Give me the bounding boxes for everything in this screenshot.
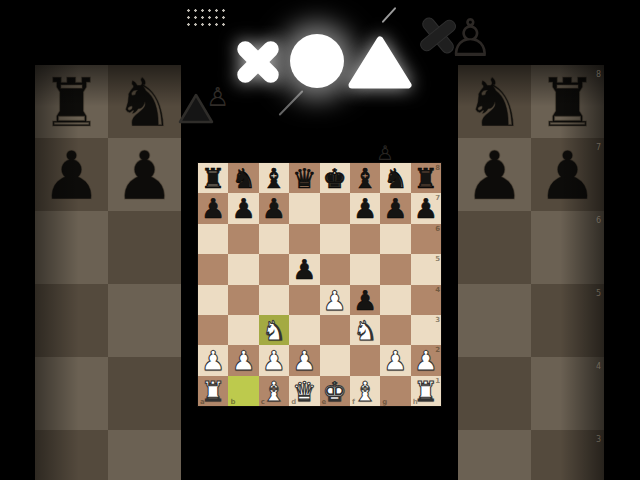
coord-rank-1: 1: [435, 377, 440, 385]
square-a7[interactable]: ♟: [198, 193, 228, 223]
white-knight[interactable]: ♞: [259, 315, 289, 345]
square-e6[interactable]: [320, 224, 350, 254]
backdrop-square-left-r3c2: [108, 211, 181, 284]
square-f6[interactable]: [350, 224, 380, 254]
chess-board: ♜♞♝♛♚♝♞♜8♟♟♟♟♟♟76♟5♟♟4♞♞3♟♟♟♟♟♟2♜ab♝c♛d♚…: [198, 163, 441, 406]
coord-file-d: d: [291, 398, 296, 406]
square-a8[interactable]: ♜: [198, 163, 228, 193]
backdrop-square-left-r5c1: [35, 357, 108, 430]
coord-file-b: b: [230, 398, 235, 406]
black-pawn[interactable]: ♟: [259, 193, 289, 223]
square-e5[interactable]: [320, 254, 350, 284]
backdrop-rank-label-5: 5: [596, 289, 601, 298]
square-a6[interactable]: [198, 224, 228, 254]
backdrop-square-left-r3c1: [35, 211, 108, 284]
square-h6[interactable]: 6: [411, 224, 441, 254]
backdrop-square-right-r6c2: [531, 430, 604, 480]
square-h5[interactable]: 5: [411, 254, 441, 284]
square-g6[interactable]: [380, 224, 410, 254]
square-g4[interactable]: [380, 285, 410, 315]
square-a3[interactable]: [198, 315, 228, 345]
backdrop-square-left-r1c2: ♞: [108, 65, 181, 138]
black-bishop[interactable]: ♝: [350, 163, 380, 193]
white-knight[interactable]: ♞: [350, 315, 380, 345]
backdrop-rank-label-7: 7: [596, 143, 601, 152]
coord-file-f: f: [352, 398, 355, 406]
backdrop-square-right-r3c2: [531, 211, 604, 284]
white-pawn[interactable]: ♟: [289, 345, 319, 375]
circle-glow-icon: [290, 34, 344, 88]
square-h1[interactable]: ♜h1: [411, 376, 441, 406]
black-queen[interactable]: ♛: [289, 163, 319, 193]
coord-file-h: h: [413, 398, 418, 406]
backdrop-board-left: ♜♞♟♟: [35, 65, 181, 480]
dot-grid: [184, 6, 225, 26]
triangle-glow-icon: [347, 35, 413, 91]
square-h4[interactable]: 4: [411, 285, 441, 315]
backdrop-black-knight: ♞: [458, 65, 531, 138]
white-pawn[interactable]: ♟: [259, 345, 289, 375]
coord-rank-5: 5: [435, 255, 440, 263]
backdrop-square-right-r5c2: [531, 357, 604, 430]
square-f1[interactable]: ♝f: [350, 376, 380, 406]
backdrop-black-rook: ♜: [35, 65, 108, 138]
square-e2[interactable]: [320, 345, 350, 375]
black-king[interactable]: ♚: [320, 163, 350, 193]
white-pawn[interactable]: ♟: [380, 345, 410, 375]
square-b1[interactable]: b: [228, 376, 258, 406]
black-pawn[interactable]: ♟: [350, 285, 380, 315]
pawn-outline-icon-large: ♙: [447, 12, 494, 64]
square-d5[interactable]: ♟: [289, 254, 319, 284]
backdrop-square-left-r4c2: [108, 284, 181, 357]
backdrop-black-knight: ♞: [108, 65, 181, 138]
coord-file-a: a: [200, 398, 205, 406]
square-f4[interactable]: ♟: [350, 285, 380, 315]
square-d7[interactable]: [289, 193, 319, 223]
backdrop-square-left-r2c2: ♟: [108, 138, 181, 211]
black-bishop[interactable]: ♝: [259, 163, 289, 193]
black-pawn[interactable]: ♟: [380, 193, 410, 223]
square-c1[interactable]: ♝c: [259, 376, 289, 406]
square-a1[interactable]: ♜a: [198, 376, 228, 406]
triangle-dark-icon: [177, 92, 215, 126]
square-h3[interactable]: 3: [411, 315, 441, 345]
coord-file-c: c: [261, 398, 265, 406]
square-c5[interactable]: [259, 254, 289, 284]
white-pawn[interactable]: ♟: [320, 285, 350, 315]
backdrop-square-right-r4c1: [458, 284, 531, 357]
square-h8[interactable]: ♜8: [411, 163, 441, 193]
backdrop-square-left-r2c1: ♟: [35, 138, 108, 211]
backdrop-square-right-r2c1: ♟: [458, 138, 531, 211]
square-g5[interactable]: [380, 254, 410, 284]
backdrop-rank-label-8: 8: [596, 70, 601, 79]
coord-rank-6: 6: [435, 225, 440, 233]
square-h2[interactable]: ♟2: [411, 345, 441, 375]
square-c7[interactable]: ♟: [259, 193, 289, 223]
square-g8[interactable]: ♞: [380, 163, 410, 193]
coord-rank-3: 3: [435, 316, 440, 324]
square-f8[interactable]: ♝: [350, 163, 380, 193]
black-pawn[interactable]: ♟: [350, 193, 380, 223]
square-d1[interactable]: ♛d: [289, 376, 319, 406]
square-g1[interactable]: g: [380, 376, 410, 406]
square-g7[interactable]: ♟: [380, 193, 410, 223]
coord-rank-7: 7: [435, 194, 440, 202]
backdrop-black-rook: ♜: [531, 65, 604, 138]
square-f7[interactable]: ♟: [350, 193, 380, 223]
square-e3[interactable]: [320, 315, 350, 345]
backdrop-square-right-r6c1: [458, 430, 531, 480]
square-a5[interactable]: [198, 254, 228, 284]
square-d4[interactable]: [289, 285, 319, 315]
square-e4[interactable]: ♟: [320, 285, 350, 315]
black-knight[interactable]: ♞: [380, 163, 410, 193]
coord-file-g: g: [382, 398, 387, 406]
square-b6[interactable]: [228, 224, 258, 254]
white-pawn[interactable]: ♟: [228, 345, 258, 375]
square-d6[interactable]: [289, 224, 319, 254]
square-b4[interactable]: [228, 285, 258, 315]
backdrop-square-right-r2c2: ♟: [531, 138, 604, 211]
square-h7[interactable]: ♟7: [411, 193, 441, 223]
backdrop-square-left-r5c2: [108, 357, 181, 430]
backdrop-rank-label-3: 3: [596, 435, 601, 444]
black-pawn[interactable]: ♟: [198, 193, 228, 223]
square-b3[interactable]: [228, 315, 258, 345]
backdrop-square-right-r5c1: [458, 357, 531, 430]
backdrop-square-left-r4c1: [35, 284, 108, 357]
square-c8[interactable]: ♝: [259, 163, 289, 193]
backdrop-black-pawn: ♟: [108, 138, 181, 211]
white-pawn[interactable]: ♟: [198, 345, 228, 375]
backdrop-black-pawn: ♟: [458, 138, 531, 211]
square-e8[interactable]: ♚: [320, 163, 350, 193]
square-d2[interactable]: ♟: [289, 345, 319, 375]
coord-rank-2: 2: [435, 346, 440, 354]
backdrop-square-right-r3c1: [458, 211, 531, 284]
video-frame: ♜♞♟♟ ♞♜♟♟ 876543 ♙ ♙ ♙ ♜♞♝♛♚♝♞♜8♟♟♟♟♟♟76…: [0, 0, 640, 480]
backdrop-square-right-r4c2: [531, 284, 604, 357]
backdrop-board-right: ♞♜♟♟ 876543: [458, 65, 604, 480]
square-c4[interactable]: [259, 285, 289, 315]
square-f3[interactable]: ♞: [350, 315, 380, 345]
black-rook[interactable]: ♜: [198, 163, 228, 193]
square-b2[interactable]: ♟: [228, 345, 258, 375]
backdrop-square-right-r1c2: ♜: [531, 65, 604, 138]
square-f2[interactable]: [350, 345, 380, 375]
pawn-outline-icon-tiny: ♙: [376, 143, 394, 163]
square-c6[interactable]: [259, 224, 289, 254]
square-g2[interactable]: ♟: [380, 345, 410, 375]
backdrop-square-right-r1c1: ♞: [458, 65, 531, 138]
coord-rank-8: 8: [435, 164, 440, 172]
black-pawn[interactable]: ♟: [228, 193, 258, 223]
square-g3[interactable]: [380, 315, 410, 345]
square-b5[interactable]: [228, 254, 258, 284]
backdrop-black-pawn: ♟: [531, 138, 604, 211]
square-b8[interactable]: ♞: [228, 163, 258, 193]
cross-glow-icon: [232, 36, 284, 88]
slash-upper: [382, 7, 397, 23]
backdrop-black-pawn: ♟: [35, 138, 108, 211]
coord-rank-4: 4: [435, 286, 440, 294]
square-d8[interactable]: ♛: [289, 163, 319, 193]
square-e1[interactable]: ♚e: [320, 376, 350, 406]
square-d3[interactable]: [289, 315, 319, 345]
square-a2[interactable]: ♟: [198, 345, 228, 375]
slash-lower: [278, 90, 303, 116]
square-b7[interactable]: ♟: [228, 193, 258, 223]
backdrop-rank-label-6: 6: [596, 216, 601, 225]
backdrop-square-left-r6c2: [108, 430, 181, 480]
black-knight[interactable]: ♞: [228, 163, 258, 193]
coord-file-e: e: [322, 398, 327, 406]
square-c2[interactable]: ♟: [259, 345, 289, 375]
black-pawn[interactable]: ♟: [289, 254, 319, 284]
square-e7[interactable]: [320, 193, 350, 223]
backdrop-square-left-r6c1: [35, 430, 108, 480]
square-c3[interactable]: ♞: [259, 315, 289, 345]
square-f5[interactable]: [350, 254, 380, 284]
square-a4[interactable]: [198, 285, 228, 315]
backdrop-rank-label-4: 4: [596, 362, 601, 371]
backdrop-square-left-r1c1: ♜: [35, 65, 108, 138]
